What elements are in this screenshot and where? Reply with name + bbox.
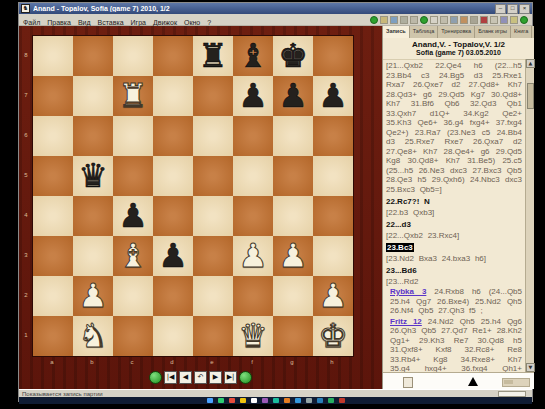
- notation-line[interactable]: [23...Rd2: [386, 277, 522, 287]
- toolbar-icon[interactable]: [490, 16, 498, 24]
- toolbar-icon[interactable]: [390, 16, 398, 24]
- black-king: ♚: [273, 36, 313, 76]
- notation-line[interactable]: [23.Nd2 Bxa3 24.bxa3 h6]: [386, 254, 522, 264]
- square-d7[interactable]: [153, 76, 193, 116]
- toolbar-icon[interactable]: [430, 16, 438, 24]
- toolbar-icon[interactable]: [380, 16, 388, 24]
- game-header: Anand,V. - Topalov,V. 1/2 Sofia (game 7)…: [383, 38, 534, 60]
- file-label: g: [272, 357, 312, 367]
- square-h5[interactable]: [313, 156, 353, 196]
- toolbar-icon[interactable]: [520, 16, 528, 24]
- square-h1[interactable]: ♚: [313, 316, 353, 356]
- square-g6[interactable]: [273, 116, 313, 156]
- tray-icon[interactable]: [339, 398, 345, 403]
- square-h2[interactable]: ♟: [313, 276, 353, 316]
- square-f7[interactable]: ♟: [233, 76, 273, 116]
- notation-line[interactable]: Rybka 3 24.Rxb8 h6 (24...Qb5 25.h4 Qg7 2…: [390, 287, 522, 316]
- board-nav-buttons: |◀◀↶▶▶|: [19, 371, 382, 384]
- square-g5[interactable]: [273, 156, 313, 196]
- board-panel: 87654321 ♜♝♚♜♟♟♟♛♟♝♟♟♟♟♟♞♛♚ abcdefgh |◀◀…: [19, 26, 382, 389]
- square-a5[interactable]: [33, 156, 73, 196]
- toolbar-icon[interactable]: [460, 16, 468, 24]
- menu-item[interactable]: Вставка: [98, 19, 124, 26]
- square-g2[interactable]: [273, 276, 313, 316]
- toolbar-icon[interactable]: [470, 16, 478, 24]
- square-a6[interactable]: [33, 116, 73, 156]
- rank-label: 8: [21, 35, 31, 75]
- tray-icon[interactable]: [240, 398, 246, 403]
- notation-line[interactable]: [22...Qxb2 23.Rxc4]: [386, 231, 522, 241]
- menu-item[interactable]: ?: [207, 19, 211, 26]
- menu-item[interactable]: Правка: [47, 19, 71, 26]
- square-c4[interactable]: ♟: [113, 196, 153, 236]
- square-h7[interactable]: ♟: [313, 76, 353, 116]
- square-a3[interactable]: [33, 236, 73, 276]
- square-d8[interactable]: [153, 36, 193, 76]
- tray-icon[interactable]: [284, 398, 290, 403]
- black-bishop: ♝: [233, 36, 273, 76]
- footer-horizontal-scrollbar[interactable]: [502, 378, 530, 387]
- move-text[interactable]: 23.Bc3: [386, 243, 414, 252]
- square-d5[interactable]: [153, 156, 193, 196]
- square-h3[interactable]: [313, 236, 353, 276]
- square-c5[interactable]: [113, 156, 153, 196]
- rank-label: 2: [21, 275, 31, 315]
- square-f6[interactable]: [233, 116, 273, 156]
- file-label: b: [72, 357, 112, 367]
- white-bishop: ♝: [113, 236, 153, 276]
- menu-bar: ФайлПравкаВидВставкаИграДвижокОкно?: [19, 14, 532, 26]
- square-e5[interactable]: [193, 156, 233, 196]
- square-d6[interactable]: [153, 116, 193, 156]
- players-result: Anand,V. - Topalov,V. 1/2: [383, 40, 534, 49]
- square-b7[interactable]: [73, 76, 113, 116]
- square-c6[interactable]: [113, 116, 153, 156]
- square-d1[interactable]: [153, 316, 193, 356]
- file-label: c: [112, 357, 152, 367]
- tray-icon[interactable]: [218, 398, 224, 403]
- notation-line[interactable]: 22...d3: [386, 220, 522, 230]
- square-b6[interactable]: [73, 116, 113, 156]
- square-f5[interactable]: [233, 156, 273, 196]
- square-f2[interactable]: [233, 276, 273, 316]
- move-text[interactable]: [22...Qxb2 23.Rxc4]: [386, 231, 459, 240]
- menu-item[interactable]: Файл: [23, 19, 40, 26]
- nav-button[interactable]: [149, 371, 162, 384]
- black-pawn: ♟: [113, 196, 153, 236]
- scroll-thumb[interactable]: [527, 83, 534, 109]
- nav-button[interactable]: ▶|: [224, 371, 237, 384]
- square-h8[interactable]: [313, 36, 353, 76]
- notation-line[interactable]: [22.b3 Qxb3]: [386, 208, 522, 218]
- square-c8[interactable]: [113, 36, 153, 76]
- tray-icon[interactable]: [229, 398, 235, 403]
- rank-labels: 87654321: [21, 35, 31, 355]
- menu-item[interactable]: Движок: [153, 19, 177, 26]
- status-bar: Показывается запись партии: [19, 389, 532, 397]
- rank-label: 6: [21, 115, 31, 155]
- toolbar-icon[interactable]: [480, 16, 488, 24]
- move-text[interactable]: [23.Nd2 Bxa3 24.bxa3 h6]: [386, 254, 486, 263]
- rank-label: 1: [21, 315, 31, 355]
- square-e1[interactable]: [193, 316, 233, 356]
- toolbar-icon[interactable]: [450, 16, 458, 24]
- rank-label: 7: [21, 75, 31, 115]
- annotation-marker-icon[interactable]: [403, 377, 413, 388]
- square-g1[interactable]: [273, 316, 313, 356]
- square-e3[interactable]: [193, 236, 233, 276]
- tray-icon[interactable]: [251, 398, 257, 403]
- panel-tab[interactable]: Таблица: [410, 26, 439, 38]
- white-pawn: ♟: [313, 276, 353, 316]
- file-label: e: [192, 357, 232, 367]
- square-b4[interactable]: [73, 196, 113, 236]
- scroll-up-icon[interactable]: ▲: [526, 59, 535, 68]
- nav-button[interactable]: ↶: [194, 371, 207, 384]
- square-g7[interactable]: ♟: [273, 76, 313, 116]
- white-pawn: ♟: [73, 276, 113, 316]
- tray-icon[interactable]: [262, 398, 268, 403]
- square-a2[interactable]: [33, 276, 73, 316]
- move-text[interactable]: 23...Bd6: [386, 266, 417, 275]
- tray-icon[interactable]: [328, 398, 334, 403]
- rank-label: 4: [21, 195, 31, 235]
- square-d4[interactable]: [153, 196, 193, 236]
- move-text[interactable]: 22.Rc7?! N: [386, 197, 430, 206]
- notation-line[interactable]: 23.Bc3: [386, 243, 522, 253]
- toolbar-icon[interactable]: [400, 16, 408, 24]
- chess-app-window: ♞ Anand - Topalov, Sofia (game 7) 2010, …: [18, 2, 533, 402]
- notation-line[interactable]: Fritz 12 24.Nd2 Qh5 25.h4 Qg6 26.Qh3 Qb5…: [390, 317, 522, 373]
- notation-footer: [383, 372, 534, 389]
- close-button[interactable]: ×: [519, 4, 530, 14]
- move-text[interactable]: Rybka 3: [390, 287, 426, 296]
- move-text[interactable]: Fritz 12: [390, 317, 422, 326]
- notation-scrollbar[interactable]: ▲ ▼: [525, 59, 534, 372]
- tray-icon[interactable]: [207, 398, 213, 403]
- square-a7[interactable]: [33, 76, 73, 116]
- panel-tab[interactable]: Тренировка: [438, 26, 475, 38]
- square-a4[interactable]: [33, 196, 73, 236]
- collapse-arrow-icon[interactable]: [468, 377, 478, 386]
- square-a8[interactable]: [33, 36, 73, 76]
- chess-board: ♜♝♚♜♟♟♟♛♟♝♟♟♟♟♟♞♛♚: [32, 35, 354, 357]
- footer-scroll-thumb[interactable]: [504, 380, 513, 384]
- video-frame: ♞ Anand - Topalov, Sofia (game 7) 2010, …: [0, 0, 545, 409]
- square-h6[interactable]: [313, 116, 353, 156]
- file-label: h: [312, 357, 352, 367]
- square-f8[interactable]: ♝: [233, 36, 273, 76]
- tray-icon[interactable]: [273, 398, 279, 403]
- square-g4[interactable]: [273, 196, 313, 236]
- file-label: f: [232, 357, 272, 367]
- black-pawn: ♟: [313, 76, 353, 116]
- white-rook: ♜: [113, 76, 153, 116]
- square-g8[interactable]: ♚: [273, 36, 313, 76]
- move-text[interactable]: [22.b3 Qxb3]: [386, 208, 434, 217]
- toolbar-icon[interactable]: [370, 16, 378, 24]
- white-knight: ♞: [73, 316, 113, 356]
- rank-label: 3: [21, 235, 31, 275]
- square-b2[interactable]: ♟: [73, 276, 113, 316]
- event-date: Sofia (game 7) 03.05.2010: [383, 49, 534, 56]
- notation-line[interactable]: [21...Qxb2 22.Qe4 h6 (22...h5 23.Bb4 c3 …: [386, 61, 522, 194]
- square-h4[interactable]: [313, 196, 353, 236]
- toolbar-icon[interactable]: [440, 16, 448, 24]
- square-f1[interactable]: ♛: [233, 316, 273, 356]
- file-label: d: [152, 357, 192, 367]
- white-pawn: ♟: [273, 236, 313, 276]
- square-e4[interactable]: [193, 196, 233, 236]
- white-pawn: ♟: [233, 236, 273, 276]
- file-label: a: [32, 357, 72, 367]
- taskbar: [19, 397, 532, 404]
- black-pawn: ♟: [273, 76, 313, 116]
- nav-button[interactable]: ◀: [179, 371, 192, 384]
- black-rook: ♜: [193, 36, 233, 76]
- square-d2[interactable]: [153, 276, 193, 316]
- toolbar-icon[interactable]: [420, 16, 428, 24]
- menu-item[interactable]: Окно: [184, 19, 200, 26]
- panel-tab[interactable]: Книга: [511, 26, 532, 38]
- black-pawn: ♟: [153, 236, 193, 276]
- white-king: ♚: [313, 316, 353, 356]
- notation-body[interactable]: [21...Qxb2 22.Qe4 h6 (22...h5 23.Bb4 c3 …: [383, 59, 524, 372]
- square-e7[interactable]: [193, 76, 233, 116]
- square-e8[interactable]: ♜: [193, 36, 233, 76]
- square-d3[interactable]: ♟: [153, 236, 193, 276]
- nav-button[interactable]: |◀: [164, 371, 177, 384]
- square-e2[interactable]: [193, 276, 233, 316]
- black-queen: ♛: [73, 156, 113, 196]
- notation-line[interactable]: 23...Bd6: [386, 266, 522, 276]
- square-b8[interactable]: [73, 36, 113, 76]
- notation-panel: ЗаписьТаблицаТренировкаБланк игрыКнигаПр…: [382, 26, 534, 389]
- nav-button[interactable]: [239, 371, 252, 384]
- rank-label: 5: [21, 155, 31, 195]
- nav-button[interactable]: ▶: [209, 371, 222, 384]
- panel-tab[interactable]: Бланк игры: [475, 26, 511, 38]
- move-text[interactable]: [21...Qxb2 22.Qe4 h6 (22...h5 23.Bb4 c3 …: [386, 61, 522, 194]
- tray-icon[interactable]: [295, 398, 301, 403]
- menu-item[interactable]: Игра: [131, 19, 146, 26]
- toolbar-icon[interactable]: [510, 16, 518, 24]
- panel-tabs: ЗаписьТаблицаТренировкаБланк игрыКнигаПр…: [383, 26, 534, 38]
- black-pawn: ♟: [233, 76, 273, 116]
- square-c7[interactable]: ♜: [113, 76, 153, 116]
- scroll-down-icon[interactable]: ▼: [526, 363, 535, 372]
- square-c3[interactable]: ♝: [113, 236, 153, 276]
- file-labels: abcdefgh: [32, 357, 352, 367]
- toolbar-icon[interactable]: [500, 16, 508, 24]
- panel-tab[interactable]: Протокол: [532, 26, 534, 38]
- square-c1[interactable]: [113, 316, 153, 356]
- move-text[interactable]: [23...Rd2: [386, 277, 418, 286]
- tray-icon[interactable]: [317, 398, 323, 403]
- maximize-button[interactable]: □: [507, 4, 518, 14]
- panel-tab[interactable]: Запись: [383, 26, 410, 38]
- white-queen: ♛: [233, 316, 273, 356]
- square-g3[interactable]: ♟: [273, 236, 313, 276]
- square-f3[interactable]: ♟: [233, 236, 273, 276]
- notation-line[interactable]: 22.Rc7?! N: [386, 197, 522, 207]
- square-c2[interactable]: [113, 276, 153, 316]
- square-b1[interactable]: ♞: [73, 316, 113, 356]
- menu-item[interactable]: Вид: [78, 19, 91, 26]
- square-e6[interactable]: [193, 116, 233, 156]
- square-a1[interactable]: [33, 316, 73, 356]
- move-text[interactable]: 22...d3: [386, 220, 411, 229]
- square-b3[interactable]: [73, 236, 113, 276]
- toolbar-icon[interactable]: [410, 16, 418, 24]
- minimize-button[interactable]: –: [495, 4, 506, 14]
- tray-icon[interactable]: [306, 398, 312, 403]
- square-b5[interactable]: ♛: [73, 156, 113, 196]
- square-f4[interactable]: [233, 196, 273, 236]
